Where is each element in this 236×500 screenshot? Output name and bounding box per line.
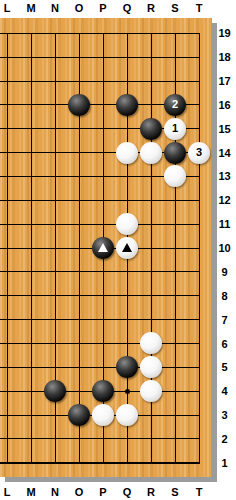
intersection-Q7[interactable] xyxy=(115,308,139,332)
intersection-L1[interactable] xyxy=(0,451,19,475)
intersection-M17[interactable] xyxy=(19,69,43,93)
intersection-T1[interactable] xyxy=(187,451,211,475)
col-label-top-M: M xyxy=(19,0,43,16)
intersection-Q9[interactable] xyxy=(115,260,139,284)
intersection-N8[interactable] xyxy=(43,284,67,308)
white-stone-R6[interactable] xyxy=(140,332,162,354)
intersection-N3[interactable] xyxy=(43,403,67,427)
intersection-O3[interactable] xyxy=(67,403,91,427)
white-stone-Q3[interactable] xyxy=(116,404,138,426)
col-label-top-O: O xyxy=(67,0,91,16)
intersection-L13[interactable] xyxy=(0,165,19,189)
white-stone-Q11[interactable] xyxy=(116,213,138,235)
intersection-O5[interactable] xyxy=(67,355,91,379)
intersection-S10[interactable] xyxy=(163,236,187,260)
col-label-top-N: N xyxy=(43,0,67,16)
intersection-Q16[interactable] xyxy=(115,93,139,117)
intersection-L12[interactable] xyxy=(0,188,19,212)
intersection-M1[interactable] xyxy=(19,451,43,475)
row-label-4: 4 xyxy=(213,383,236,399)
intersection-L11[interactable] xyxy=(0,212,19,236)
intersection-O15[interactable] xyxy=(67,117,91,141)
intersection-T17[interactable] xyxy=(187,69,211,93)
intersection-P8[interactable] xyxy=(91,284,115,308)
intersection-Q1[interactable] xyxy=(115,451,139,475)
intersection-Q3[interactable] xyxy=(115,403,139,427)
row-label-9: 9 xyxy=(213,264,236,280)
intersection-L9[interactable] xyxy=(0,260,19,284)
intersection-O10[interactable] xyxy=(67,236,91,260)
intersection-N13[interactable] xyxy=(43,165,67,189)
intersection-T7[interactable] xyxy=(187,308,211,332)
intersection-O13[interactable] xyxy=(67,165,91,189)
intersection-L15[interactable] xyxy=(0,117,19,141)
white-stone-R5[interactable] xyxy=(140,356,162,378)
intersection-L8[interactable] xyxy=(0,284,19,308)
intersection-N19[interactable] xyxy=(43,21,67,45)
intersection-L6[interactable] xyxy=(0,332,19,356)
col-label-bottom-P: P xyxy=(91,484,115,500)
intersection-M18[interactable] xyxy=(19,45,43,69)
intersection-O19[interactable] xyxy=(67,21,91,45)
intersection-Q13[interactable] xyxy=(115,165,139,189)
intersection-S6[interactable] xyxy=(163,332,187,356)
intersection-R16[interactable] xyxy=(139,93,163,117)
intersection-N1[interactable] xyxy=(43,451,67,475)
intersection-S2[interactable] xyxy=(163,427,187,451)
black-stone-S14[interactable] xyxy=(164,142,186,164)
white-stone-Q14[interactable] xyxy=(116,142,138,164)
intersection-T10[interactable] xyxy=(187,236,211,260)
intersection-R9[interactable] xyxy=(139,260,163,284)
intersection-M2[interactable] xyxy=(19,427,43,451)
white-stone-R4[interactable] xyxy=(140,380,162,402)
row-label-11: 11 xyxy=(213,216,236,232)
intersection-S8[interactable] xyxy=(163,284,187,308)
intersection-N18[interactable] xyxy=(43,45,67,69)
intersection-R4[interactable] xyxy=(139,379,163,403)
intersection-T12[interactable] xyxy=(187,188,211,212)
intersection-T19[interactable] xyxy=(187,21,211,45)
intersection-R6[interactable] xyxy=(139,332,163,356)
intersection-Q11[interactable] xyxy=(115,212,139,236)
intersection-S12[interactable] xyxy=(163,188,187,212)
intersection-R3[interactable] xyxy=(139,403,163,427)
intersection-S7[interactable] xyxy=(163,308,187,332)
intersection-T6[interactable] xyxy=(187,332,211,356)
intersection-S3[interactable] xyxy=(163,403,187,427)
intersection-M7[interactable] xyxy=(19,308,43,332)
intersection-T5[interactable] xyxy=(187,355,211,379)
intersection-L14[interactable] xyxy=(0,141,19,165)
black-stone-Q16[interactable] xyxy=(116,94,138,116)
intersection-T9[interactable] xyxy=(187,260,211,284)
intersection-P3[interactable] xyxy=(91,403,115,427)
intersection-N5[interactable] xyxy=(43,355,67,379)
col-label-bottom-L: L xyxy=(0,484,19,500)
intersection-P17[interactable] xyxy=(91,69,115,93)
intersection-N9[interactable] xyxy=(43,260,67,284)
intersection-R12[interactable] xyxy=(139,188,163,212)
intersection-M9[interactable] xyxy=(19,260,43,284)
go-board: 213 xyxy=(0,18,212,477)
intersection-O9[interactable] xyxy=(67,260,91,284)
intersection-S5[interactable] xyxy=(163,355,187,379)
intersection-Q17[interactable] xyxy=(115,69,139,93)
intersection-R1[interactable] xyxy=(139,451,163,475)
intersection-M19[interactable] xyxy=(19,21,43,45)
intersection-T15[interactable] xyxy=(187,117,211,141)
move-number-1: 1 xyxy=(172,123,178,134)
col-label-bottom-S: S xyxy=(163,484,187,500)
white-stone-Q10[interactable] xyxy=(116,237,138,259)
row-label-6: 6 xyxy=(213,336,236,352)
col-label-top-L: L xyxy=(0,0,19,16)
intersection-T14[interactable]: 3 xyxy=(187,141,211,165)
row-label-17: 17 xyxy=(213,73,236,89)
intersection-T2[interactable] xyxy=(187,427,211,451)
intersection-P10[interactable] xyxy=(91,236,115,260)
row-label-16: 16 xyxy=(213,97,236,113)
intersection-S9[interactable] xyxy=(163,260,187,284)
intersection-N17[interactable] xyxy=(43,69,67,93)
col-label-top-T: T xyxy=(187,0,211,16)
col-label-top-S: S xyxy=(163,0,187,16)
intersection-O11[interactable] xyxy=(67,212,91,236)
intersection-Q5[interactable] xyxy=(115,355,139,379)
intersection-R14[interactable] xyxy=(139,141,163,165)
board-grid: 213 xyxy=(0,21,211,474)
intersection-O4[interactable] xyxy=(67,379,91,403)
intersection-S1[interactable] xyxy=(163,451,187,475)
intersection-P4[interactable] xyxy=(91,379,115,403)
intersection-R13[interactable] xyxy=(139,165,163,189)
intersection-L16[interactable] xyxy=(0,93,19,117)
intersection-L4[interactable] xyxy=(0,379,19,403)
col-label-top-Q: Q xyxy=(115,0,139,16)
intersection-T8[interactable] xyxy=(187,284,211,308)
intersection-S4[interactable] xyxy=(163,379,187,403)
intersection-O12[interactable] xyxy=(67,188,91,212)
intersection-S16[interactable]: 2 xyxy=(163,93,187,117)
intersection-M3[interactable] xyxy=(19,403,43,427)
intersection-O18[interactable] xyxy=(67,45,91,69)
col-label-top-P: P xyxy=(91,0,115,16)
intersection-Q14[interactable] xyxy=(115,141,139,165)
intersection-Q19[interactable] xyxy=(115,21,139,45)
intersection-Q6[interactable] xyxy=(115,332,139,356)
intersection-R2[interactable] xyxy=(139,427,163,451)
intersection-T16[interactable] xyxy=(187,93,211,117)
star-point-Q4 xyxy=(125,389,130,394)
intersection-P15[interactable] xyxy=(91,117,115,141)
black-stone-O16[interactable] xyxy=(68,94,90,116)
black-stone-P4[interactable] xyxy=(92,380,114,402)
intersection-P16[interactable] xyxy=(91,93,115,117)
intersection-M15[interactable] xyxy=(19,117,43,141)
intersection-N16[interactable] xyxy=(43,93,67,117)
intersection-S15[interactable]: 1 xyxy=(163,117,187,141)
white-stone-T14[interactable]: 3 xyxy=(188,142,210,164)
intersection-L19[interactable] xyxy=(0,21,19,45)
right-coordinate-labels: 19181716151413121110987654321 xyxy=(213,18,236,500)
black-stone-O3[interactable] xyxy=(68,404,90,426)
intersection-T18[interactable] xyxy=(187,45,211,69)
intersection-P5[interactable] xyxy=(91,355,115,379)
intersection-T4[interactable] xyxy=(187,379,211,403)
intersection-R17[interactable] xyxy=(139,69,163,93)
row-label-18: 18 xyxy=(213,49,236,65)
move-number-3: 3 xyxy=(196,147,202,158)
intersection-P9[interactable] xyxy=(91,260,115,284)
white-stone-S15[interactable]: 1 xyxy=(164,118,186,140)
intersection-N14[interactable] xyxy=(43,141,67,165)
intersection-S18[interactable] xyxy=(163,45,187,69)
intersection-M4[interactable] xyxy=(19,379,43,403)
intersection-Q4[interactable] xyxy=(115,379,139,403)
black-stone-Q5[interactable] xyxy=(116,356,138,378)
intersection-M8[interactable] xyxy=(19,284,43,308)
intersection-L2[interactable] xyxy=(0,427,19,451)
intersection-O16[interactable] xyxy=(67,93,91,117)
intersection-P18[interactable] xyxy=(91,45,115,69)
intersection-R5[interactable] xyxy=(139,355,163,379)
intersection-Q18[interactable] xyxy=(115,45,139,69)
intersection-P19[interactable] xyxy=(91,21,115,45)
intersection-P13[interactable] xyxy=(91,165,115,189)
intersection-S13[interactable] xyxy=(163,165,187,189)
row-label-7: 7 xyxy=(213,312,236,328)
intersection-P12[interactable] xyxy=(91,188,115,212)
intersection-M5[interactable] xyxy=(19,355,43,379)
intersection-N15[interactable] xyxy=(43,117,67,141)
move-number-2: 2 xyxy=(172,99,178,110)
intersection-M14[interactable] xyxy=(19,141,43,165)
intersection-Q15[interactable] xyxy=(115,117,139,141)
row-label-15: 15 xyxy=(213,121,236,137)
intersection-M11[interactable] xyxy=(19,212,43,236)
intersection-P1[interactable] xyxy=(91,451,115,475)
go-diagram-page: { "game": "go", "board": { "size": 19, "… xyxy=(0,0,236,500)
top-coordinate-labels: LMNOPQRST xyxy=(0,0,212,17)
intersection-O6[interactable] xyxy=(67,332,91,356)
intersection-P2[interactable] xyxy=(91,427,115,451)
intersection-R19[interactable] xyxy=(139,21,163,45)
col-label-bottom-N: N xyxy=(43,484,67,500)
col-label-bottom-O: O xyxy=(67,484,91,500)
intersection-N4[interactable] xyxy=(43,379,67,403)
intersection-R11[interactable] xyxy=(139,212,163,236)
intersection-S14[interactable] xyxy=(163,141,187,165)
intersection-S17[interactable] xyxy=(163,69,187,93)
white-stone-S13[interactable] xyxy=(164,165,186,187)
row-label-13: 13 xyxy=(213,168,236,184)
col-label-bottom-M: M xyxy=(19,484,43,500)
row-label-1: 1 xyxy=(213,455,236,471)
intersection-N6[interactable] xyxy=(43,332,67,356)
intersection-M10[interactable] xyxy=(19,236,43,260)
intersection-P6[interactable] xyxy=(91,332,115,356)
intersection-T11[interactable] xyxy=(187,212,211,236)
intersection-S11[interactable] xyxy=(163,212,187,236)
intersection-M16[interactable] xyxy=(19,93,43,117)
row-label-8: 8 xyxy=(213,288,236,304)
intersection-L10[interactable] xyxy=(0,236,19,260)
intersection-M6[interactable] xyxy=(19,332,43,356)
row-label-14: 14 xyxy=(213,145,236,161)
intersection-L17[interactable] xyxy=(0,69,19,93)
intersection-N2[interactable] xyxy=(43,427,67,451)
intersection-N10[interactable] xyxy=(43,236,67,260)
col-label-top-R: R xyxy=(139,0,163,16)
white-stone-R14[interactable] xyxy=(140,142,162,164)
intersection-N12[interactable] xyxy=(43,188,67,212)
intersection-R10[interactable] xyxy=(139,236,163,260)
black-stone-R15[interactable] xyxy=(140,118,162,140)
intersection-Q12[interactable] xyxy=(115,188,139,212)
intersection-T3[interactable] xyxy=(187,403,211,427)
bottom-coordinate-labels: LMNOPQRST xyxy=(0,484,212,500)
black-stone-N4[interactable] xyxy=(44,380,66,402)
row-label-12: 12 xyxy=(213,192,236,208)
white-stone-P3[interactable] xyxy=(92,404,114,426)
intersection-O14[interactable] xyxy=(67,141,91,165)
intersection-O1[interactable] xyxy=(67,451,91,475)
intersection-Q2[interactable] xyxy=(115,427,139,451)
intersection-Q8[interactable] xyxy=(115,284,139,308)
intersection-N7[interactable] xyxy=(43,308,67,332)
intersection-L18[interactable] xyxy=(0,45,19,69)
intersection-O7[interactable] xyxy=(67,308,91,332)
intersection-R7[interactable] xyxy=(139,308,163,332)
intersection-Q10[interactable] xyxy=(115,236,139,260)
row-label-19: 19 xyxy=(213,25,236,41)
intersection-N11[interactable] xyxy=(43,212,67,236)
triangle-mark-icon xyxy=(98,243,108,252)
intersection-P11[interactable] xyxy=(91,212,115,236)
intersection-O17[interactable] xyxy=(67,69,91,93)
intersection-R8[interactable] xyxy=(139,284,163,308)
black-stone-S16[interactable]: 2 xyxy=(164,94,186,116)
intersection-O8[interactable] xyxy=(67,284,91,308)
intersection-M13[interactable] xyxy=(19,165,43,189)
intersection-P7[interactable] xyxy=(91,308,115,332)
intersection-S19[interactable] xyxy=(163,21,187,45)
row-label-2: 2 xyxy=(213,431,236,447)
intersection-P14[interactable] xyxy=(91,141,115,165)
col-label-bottom-R: R xyxy=(139,484,163,500)
row-label-5: 5 xyxy=(213,359,236,375)
intersection-L5[interactable] xyxy=(0,355,19,379)
intersection-O2[interactable] xyxy=(67,427,91,451)
black-stone-P10[interactable] xyxy=(92,237,114,259)
intersection-R18[interactable] xyxy=(139,45,163,69)
intersection-R15[interactable] xyxy=(139,117,163,141)
row-label-10: 10 xyxy=(213,240,236,256)
triangle-mark-icon xyxy=(122,243,132,252)
intersection-M12[interactable] xyxy=(19,188,43,212)
col-label-bottom-T: T xyxy=(187,484,211,500)
intersection-L7[interactable] xyxy=(0,308,19,332)
col-label-bottom-Q: Q xyxy=(115,484,139,500)
intersection-T13[interactable] xyxy=(187,165,211,189)
intersection-L3[interactable] xyxy=(0,403,19,427)
row-label-3: 3 xyxy=(213,407,236,423)
